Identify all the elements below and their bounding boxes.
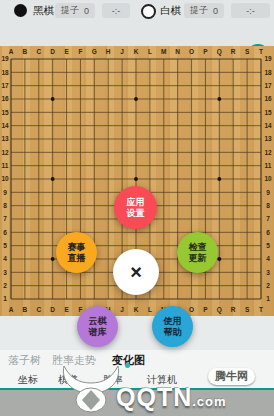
svg-text:17: 17 — [264, 82, 272, 89]
svg-text:B: B — [23, 48, 28, 55]
svg-text:18: 18 — [264, 69, 272, 76]
svg-text:T: T — [259, 306, 263, 313]
svg-text:2: 2 — [266, 282, 270, 289]
svg-text:17: 17 — [1, 82, 9, 89]
svg-text:A: A — [9, 306, 14, 313]
svg-text:19: 19 — [1, 55, 9, 62]
cloud-kifu-button[interactable]: 云棋 谱库 — [77, 306, 118, 347]
svg-text:6: 6 — [3, 229, 7, 236]
go-app-window: 黑棋 提子 0 -:- 白棋 提子 0 -:- — [0, 0, 274, 416]
white-stone-icon — [141, 4, 156, 19]
svg-text:1: 1 — [266, 295, 270, 302]
svg-text:15: 15 — [1, 109, 9, 116]
black-captures-value: 0 — [84, 6, 89, 16]
bottom-toolbar: × P › 关 — [0, 316, 274, 350]
black-captures: 提子 0 — [55, 3, 95, 18]
svg-text:M: M — [161, 48, 166, 55]
svg-text:K: K — [134, 48, 139, 55]
top-toolbar: 分析 对弈 — [0, 21, 274, 46]
svg-text:Q: Q — [217, 48, 222, 56]
svg-text:19: 19 — [264, 55, 272, 62]
svg-text:J: J — [120, 48, 124, 55]
option-coordinates[interactable]: 坐标 — [18, 373, 38, 387]
svg-text:1: 1 — [3, 295, 7, 302]
svg-text:10: 10 — [1, 175, 9, 182]
svg-text:T: T — [259, 48, 263, 55]
svg-text:J: J — [120, 306, 124, 313]
svg-text:G: G — [92, 48, 97, 55]
white-player-label: 白棋 — [160, 4, 181, 18]
svg-text:4: 4 — [266, 255, 270, 262]
tab-move-tree[interactable]: 落子树 — [8, 353, 41, 368]
view-tabs: 落子树 胜率走势 变化图 — [0, 350, 274, 370]
svg-text:F: F — [78, 48, 82, 55]
svg-text:E: E — [64, 306, 69, 313]
svg-text:6: 6 — [266, 229, 270, 236]
svg-text:S: S — [245, 48, 250, 55]
svg-text:N: N — [175, 48, 180, 55]
white-captures-label: 提子 — [190, 4, 208, 17]
svg-text:3: 3 — [266, 269, 270, 276]
svg-text:D: D — [50, 48, 55, 55]
svg-text:K: K — [134, 306, 139, 313]
svg-text:16: 16 — [264, 95, 272, 102]
svg-text:B: B — [23, 306, 28, 313]
svg-text:7: 7 — [266, 215, 270, 222]
app-settings-button[interactable]: 应用 设置 — [114, 186, 157, 229]
svg-text:14: 14 — [1, 122, 9, 129]
svg-text:E: E — [64, 48, 69, 55]
svg-text:2: 2 — [3, 282, 7, 289]
svg-text:13: 13 — [1, 135, 9, 142]
svg-text:D: D — [50, 306, 55, 313]
svg-text:H: H — [106, 48, 111, 55]
svg-text:O: O — [189, 306, 194, 313]
svg-text:18: 18 — [1, 69, 9, 76]
svg-text:A: A — [9, 48, 14, 55]
svg-text:R: R — [231, 48, 236, 55]
svg-text:S: S — [245, 306, 250, 313]
svg-text:L: L — [148, 306, 152, 313]
live-games-button[interactable]: 赛事 直播 — [56, 232, 97, 273]
svg-text:O: O — [189, 48, 194, 55]
black-player-label: 黑棋 — [33, 4, 54, 18]
svg-text:3: 3 — [3, 269, 7, 276]
svg-text:16: 16 — [1, 95, 9, 102]
svg-text:10: 10 — [264, 175, 272, 182]
black-timer: -:- — [102, 3, 130, 18]
black-stone-icon — [14, 4, 27, 17]
svg-text:11: 11 — [265, 162, 272, 169]
svg-text:C: C — [36, 306, 41, 313]
svg-text:8: 8 — [266, 202, 270, 209]
svg-text:12: 12 — [1, 149, 9, 156]
close-menu-button[interactable]: × — [113, 249, 159, 295]
svg-text:R: R — [231, 306, 236, 313]
watermark-site: QQTN.com — [116, 383, 227, 412]
close-icon: × — [130, 261, 142, 284]
svg-text:4: 4 — [3, 255, 7, 262]
svg-text:11: 11 — [2, 162, 9, 169]
svg-text:9: 9 — [3, 189, 7, 196]
black-captures-label: 提子 — [61, 4, 79, 17]
white-captures-value: 0 — [213, 6, 218, 16]
svg-text:P: P — [203, 48, 208, 55]
help-button[interactable]: 使用 帮助 — [152, 306, 193, 347]
svg-text:L: L — [148, 48, 152, 55]
white-timer-value: -:- — [246, 6, 255, 16]
watermark-bull-logo — [60, 364, 122, 416]
svg-text:C: C — [36, 48, 41, 55]
svg-text:P: P — [203, 306, 208, 313]
svg-text:8: 8 — [3, 202, 7, 209]
active-tab-dot — [125, 363, 130, 368]
svg-text:14: 14 — [264, 122, 272, 129]
svg-text:5: 5 — [266, 242, 270, 249]
svg-text:5: 5 — [3, 242, 7, 249]
svg-text:7: 7 — [3, 215, 7, 222]
white-timer: -:- — [231, 3, 270, 18]
svg-text:Q: Q — [217, 306, 222, 314]
svg-text:13: 13 — [264, 135, 272, 142]
svg-text:12: 12 — [264, 149, 272, 156]
svg-text:9: 9 — [266, 189, 270, 196]
black-timer-value: -:- — [112, 6, 121, 16]
check-update-button[interactable]: 检查 更新 — [177, 232, 218, 273]
white-captures: 提子 0 — [184, 3, 224, 18]
svg-text:15: 15 — [264, 109, 272, 116]
player-info-bar: 黑棋 提子 0 -:- 白棋 提子 0 -:- — [0, 0, 274, 21]
